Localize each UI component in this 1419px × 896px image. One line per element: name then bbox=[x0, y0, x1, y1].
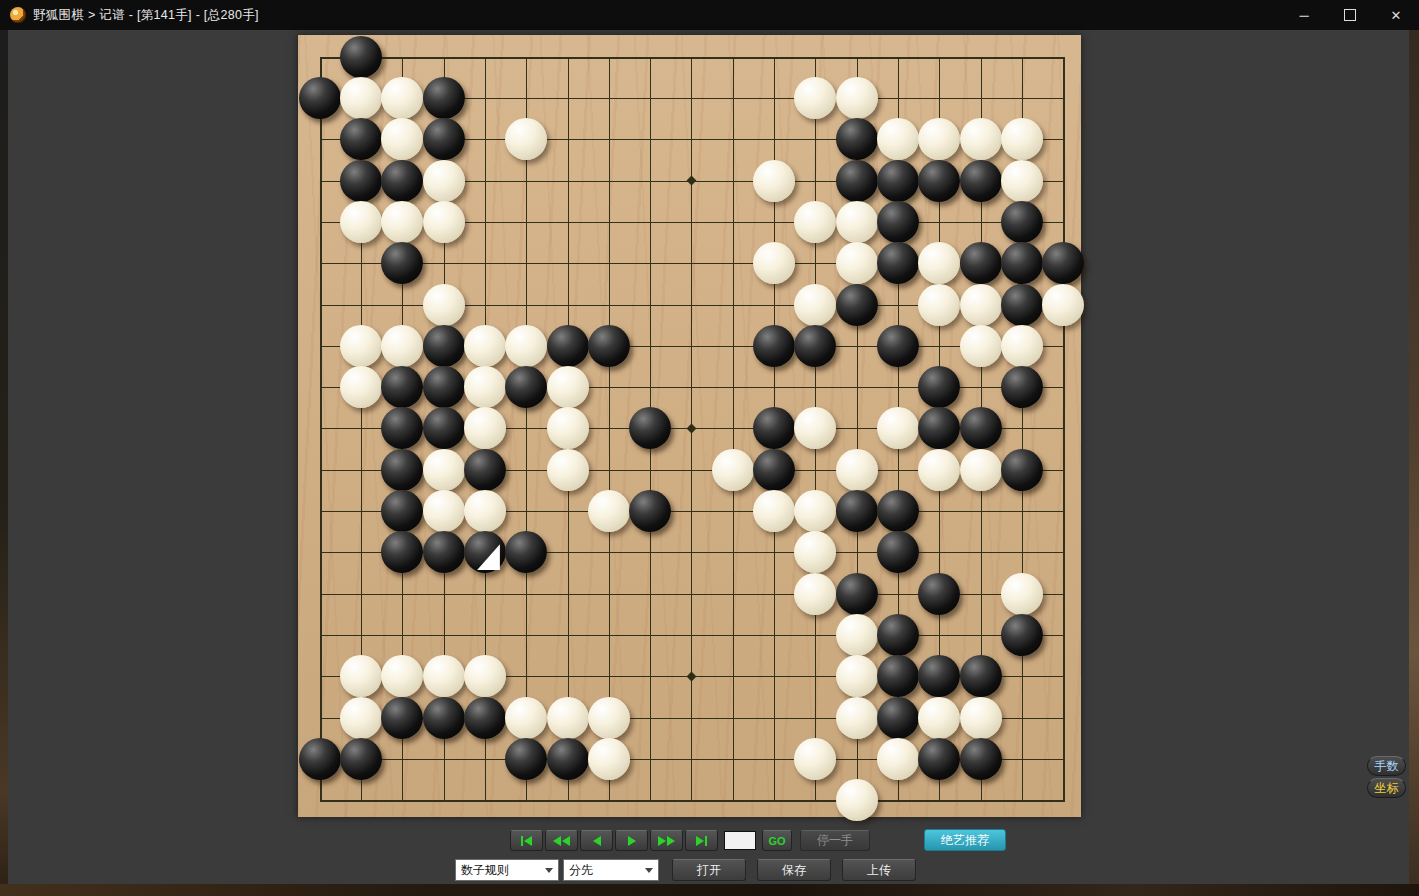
black-stone bbox=[877, 697, 919, 739]
white-stone bbox=[588, 697, 630, 739]
nav-fast-forward-button[interactable] bbox=[650, 830, 683, 851]
forward-icon bbox=[628, 836, 636, 846]
black-stone bbox=[423, 531, 465, 573]
white-stone bbox=[464, 407, 506, 449]
white-stone bbox=[423, 284, 465, 326]
black-stone bbox=[381, 160, 423, 202]
white-stone bbox=[836, 449, 878, 491]
chevron-down-icon bbox=[645, 868, 653, 873]
black-stone bbox=[918, 573, 960, 615]
black-stone bbox=[381, 490, 423, 532]
black-stone bbox=[423, 325, 465, 367]
white-stone bbox=[464, 366, 506, 408]
white-stone bbox=[753, 160, 795, 202]
black-stone bbox=[340, 160, 382, 202]
black-stone bbox=[753, 325, 795, 367]
black-stone bbox=[423, 118, 465, 160]
black-stone bbox=[918, 738, 960, 780]
white-stone bbox=[836, 779, 878, 821]
black-stone bbox=[960, 738, 1002, 780]
black-stone bbox=[836, 118, 878, 160]
black-stone bbox=[340, 36, 382, 78]
black-stone bbox=[588, 325, 630, 367]
white-stone bbox=[547, 366, 589, 408]
workspace: GO 停一手 绝艺推荐 数子规则 分先 打开 保存 上传 手数 坐标 bbox=[0, 30, 1419, 896]
black-stone bbox=[464, 531, 506, 573]
minimize-button[interactable]: ─ bbox=[1281, 0, 1327, 30]
go-board[interactable] bbox=[298, 35, 1081, 817]
white-stone bbox=[340, 655, 382, 697]
move-nav-toolbar: GO bbox=[510, 830, 792, 851]
white-stone bbox=[836, 201, 878, 243]
black-stone bbox=[836, 573, 878, 615]
black-stone bbox=[1001, 242, 1043, 284]
white-stone bbox=[547, 697, 589, 739]
black-stone bbox=[381, 531, 423, 573]
black-stone bbox=[794, 325, 836, 367]
black-stone bbox=[381, 407, 423, 449]
white-stone bbox=[423, 655, 465, 697]
white-stone bbox=[588, 490, 630, 532]
white-stone bbox=[918, 449, 960, 491]
black-stone bbox=[299, 77, 341, 119]
white-stone bbox=[423, 201, 465, 243]
pass-button[interactable]: 停一手 bbox=[800, 830, 870, 851]
white-stone bbox=[918, 242, 960, 284]
black-stone bbox=[960, 242, 1002, 284]
black-stone bbox=[877, 614, 919, 656]
white-stone bbox=[1001, 325, 1043, 367]
nav-fast-back-button[interactable] bbox=[545, 830, 578, 851]
last-move-marker bbox=[477, 544, 500, 570]
white-stone bbox=[381, 77, 423, 119]
white-stone bbox=[836, 77, 878, 119]
background-left-strip bbox=[0, 30, 8, 896]
white-stone bbox=[794, 201, 836, 243]
white-stone bbox=[340, 325, 382, 367]
save-button[interactable]: 保存 bbox=[757, 859, 831, 881]
star-point bbox=[686, 671, 696, 681]
black-stone bbox=[836, 160, 878, 202]
white-stone bbox=[712, 449, 754, 491]
black-stone bbox=[505, 531, 547, 573]
black-stone bbox=[381, 697, 423, 739]
white-stone bbox=[381, 325, 423, 367]
foxgo-logo-icon bbox=[10, 7, 26, 23]
black-stone bbox=[464, 449, 506, 491]
black-stone bbox=[753, 449, 795, 491]
black-stone bbox=[836, 284, 878, 326]
black-stone bbox=[877, 490, 919, 532]
white-stone bbox=[505, 697, 547, 739]
chevron-down-icon bbox=[545, 868, 553, 873]
maximize-icon bbox=[1344, 9, 1356, 21]
go-button[interactable]: GO bbox=[762, 830, 792, 851]
grid-line bbox=[320, 800, 1065, 802]
background-bottom-strip bbox=[0, 884, 1419, 896]
white-stone bbox=[918, 284, 960, 326]
white-stone bbox=[505, 118, 547, 160]
white-stone bbox=[836, 697, 878, 739]
nav-forward-button[interactable] bbox=[615, 830, 648, 851]
fast-forward-icon bbox=[658, 836, 666, 846]
white-stone bbox=[1001, 573, 1043, 615]
white-stone bbox=[588, 738, 630, 780]
grid-line bbox=[320, 635, 1065, 636]
white-stone bbox=[464, 490, 506, 532]
nav-first-button[interactable] bbox=[510, 830, 543, 851]
app-window: 野狐围棋 > 记谱 - [第141手] - [总280手] ─ ✕ GO 停一手… bbox=[0, 0, 1419, 896]
black-stone bbox=[918, 407, 960, 449]
black-stone bbox=[505, 738, 547, 780]
white-stone bbox=[753, 490, 795, 532]
black-stone bbox=[505, 366, 547, 408]
move-number-input[interactable] bbox=[724, 831, 756, 850]
nav-back-button[interactable] bbox=[580, 830, 613, 851]
black-stone bbox=[1001, 366, 1043, 408]
white-stone bbox=[464, 325, 506, 367]
black-stone bbox=[877, 325, 919, 367]
white-stone bbox=[877, 738, 919, 780]
black-stone bbox=[547, 325, 589, 367]
close-button[interactable]: ✕ bbox=[1373, 0, 1419, 30]
black-stone bbox=[423, 366, 465, 408]
black-stone bbox=[423, 697, 465, 739]
white-stone bbox=[423, 449, 465, 491]
white-stone bbox=[960, 449, 1002, 491]
star-point bbox=[686, 176, 696, 186]
black-stone bbox=[1042, 242, 1084, 284]
white-stone bbox=[547, 449, 589, 491]
white-stone bbox=[836, 655, 878, 697]
black-stone bbox=[381, 449, 423, 491]
maximize-button[interactable] bbox=[1327, 0, 1373, 30]
first-move-icon bbox=[521, 836, 523, 846]
black-stone bbox=[918, 160, 960, 202]
white-stone bbox=[794, 284, 836, 326]
star-point bbox=[686, 423, 696, 433]
black-stone bbox=[299, 738, 341, 780]
white-stone bbox=[877, 407, 919, 449]
window-controls: ─ ✕ bbox=[1281, 0, 1419, 30]
white-stone bbox=[836, 614, 878, 656]
white-stone bbox=[794, 573, 836, 615]
black-stone bbox=[464, 697, 506, 739]
black-stone bbox=[877, 655, 919, 697]
upload-button[interactable]: 上传 bbox=[842, 859, 916, 881]
last-move-icon bbox=[696, 836, 704, 846]
black-stone bbox=[1001, 201, 1043, 243]
black-stone bbox=[918, 366, 960, 408]
back-icon bbox=[593, 836, 601, 846]
titlebar: 野狐围棋 > 记谱 - [第141手] - [总280手] ─ ✕ bbox=[0, 0, 1419, 30]
black-stone bbox=[423, 407, 465, 449]
black-stone bbox=[753, 407, 795, 449]
fast-back-icon bbox=[553, 836, 561, 846]
white-stone bbox=[794, 77, 836, 119]
coordinates-toggle[interactable]: 坐标 bbox=[1367, 778, 1406, 798]
white-stone bbox=[794, 490, 836, 532]
white-stone bbox=[836, 242, 878, 284]
black-stone bbox=[960, 655, 1002, 697]
white-stone bbox=[794, 738, 836, 780]
white-stone bbox=[340, 366, 382, 408]
white-stone bbox=[381, 201, 423, 243]
white-stone bbox=[423, 490, 465, 532]
white-stone bbox=[340, 77, 382, 119]
white-stone bbox=[340, 697, 382, 739]
white-stone bbox=[794, 531, 836, 573]
white-stone bbox=[381, 655, 423, 697]
black-stone bbox=[918, 655, 960, 697]
black-stone bbox=[1001, 614, 1043, 656]
white-stone bbox=[1042, 284, 1084, 326]
black-stone bbox=[547, 738, 589, 780]
white-stone bbox=[340, 201, 382, 243]
black-stone bbox=[1001, 449, 1043, 491]
grid-line bbox=[733, 57, 734, 802]
white-stone bbox=[1001, 160, 1043, 202]
black-stone bbox=[877, 160, 919, 202]
black-stone bbox=[340, 118, 382, 160]
white-stone bbox=[381, 118, 423, 160]
white-stone bbox=[547, 407, 589, 449]
window-title: 野狐围棋 > 记谱 - [第141手] - [总280手] bbox=[33, 7, 259, 24]
ai-recommend-button[interactable]: 绝艺推荐 bbox=[924, 829, 1006, 851]
black-stone bbox=[960, 160, 1002, 202]
white-stone bbox=[423, 160, 465, 202]
black-stone bbox=[381, 242, 423, 284]
white-stone bbox=[464, 655, 506, 697]
black-stone bbox=[836, 490, 878, 532]
black-stone bbox=[629, 490, 671, 532]
grid-line bbox=[1063, 57, 1065, 802]
nav-last-button[interactable] bbox=[685, 830, 718, 851]
black-stone bbox=[877, 531, 919, 573]
black-stone bbox=[877, 201, 919, 243]
white-stone bbox=[918, 697, 960, 739]
white-stone bbox=[1001, 118, 1043, 160]
white-stone bbox=[960, 697, 1002, 739]
black-stone bbox=[340, 738, 382, 780]
black-stone bbox=[629, 407, 671, 449]
open-button[interactable]: 打开 bbox=[672, 859, 746, 881]
move-numbers-toggle[interactable]: 手数 bbox=[1367, 756, 1406, 776]
white-stone bbox=[960, 284, 1002, 326]
rule-select[interactable]: 数子规则 bbox=[455, 859, 559, 881]
background-right-strip bbox=[1409, 30, 1419, 896]
black-stone bbox=[423, 77, 465, 119]
white-stone bbox=[918, 118, 960, 160]
white-stone bbox=[960, 325, 1002, 367]
white-stone bbox=[960, 118, 1002, 160]
black-stone bbox=[960, 407, 1002, 449]
black-stone bbox=[1001, 284, 1043, 326]
white-stone bbox=[794, 407, 836, 449]
black-stone bbox=[877, 242, 919, 284]
white-stone bbox=[877, 118, 919, 160]
white-stone bbox=[753, 242, 795, 284]
white-stone bbox=[505, 325, 547, 367]
handicap-select[interactable]: 分先 bbox=[563, 859, 659, 881]
black-stone bbox=[381, 366, 423, 408]
